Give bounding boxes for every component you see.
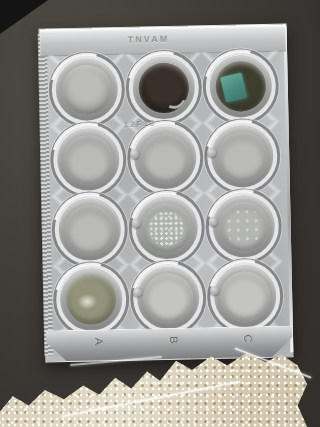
well-C1 bbox=[201, 51, 279, 123]
well-rim bbox=[206, 121, 277, 192]
well-rim bbox=[128, 52, 199, 123]
well-content-clear-liquid bbox=[216, 131, 267, 182]
well-rim bbox=[209, 261, 280, 332]
well-B4 bbox=[129, 262, 207, 334]
well-content-frosted-precipitate bbox=[141, 202, 192, 253]
well-content-dark-brown-sample bbox=[138, 63, 189, 114]
well-rim bbox=[131, 192, 202, 263]
wells-grid bbox=[48, 51, 284, 332]
well-B3 bbox=[128, 192, 206, 264]
well-content-clear-sparse-speckles bbox=[218, 201, 269, 252]
photo-scene: TNVAM 12F13 A B C bbox=[0, 0, 320, 427]
well-rim bbox=[132, 262, 203, 333]
well-B2 bbox=[126, 122, 204, 194]
well-rim bbox=[205, 51, 276, 122]
well-content-clear-liquid bbox=[63, 134, 114, 185]
well-B1 bbox=[125, 52, 203, 124]
well-content-clear-empty bbox=[62, 64, 113, 115]
column-label-c: C bbox=[242, 334, 254, 342]
well-A3 bbox=[51, 194, 129, 266]
teal-chip bbox=[220, 72, 247, 102]
well-content-clear-liquid bbox=[140, 132, 191, 183]
well-rim bbox=[53, 124, 124, 195]
well-A2 bbox=[50, 124, 128, 196]
well-rim bbox=[54, 194, 125, 265]
well-C4 bbox=[206, 261, 284, 333]
well-C2 bbox=[203, 121, 281, 193]
well-A4 bbox=[52, 264, 130, 336]
well-content-clear-liquid bbox=[65, 204, 116, 255]
well-content-dark-liquid-with-teal-chip bbox=[215, 61, 266, 112]
well-C3 bbox=[204, 191, 282, 263]
well-content-olive-liquid-white-debris bbox=[66, 274, 117, 325]
well-plate: TNVAM 12F13 A B C bbox=[39, 23, 294, 362]
well-rim bbox=[130, 122, 201, 193]
well-A1 bbox=[48, 54, 126, 126]
well-rim bbox=[56, 264, 127, 335]
well-content-clear-bright bbox=[219, 271, 270, 322]
well-rim bbox=[51, 54, 122, 125]
well-rim bbox=[208, 191, 279, 262]
column-label-a: A bbox=[93, 338, 105, 346]
plate-right-edge bbox=[284, 26, 294, 352]
well-content-clear-bright bbox=[143, 272, 194, 323]
column-label-b: B bbox=[168, 336, 180, 344]
